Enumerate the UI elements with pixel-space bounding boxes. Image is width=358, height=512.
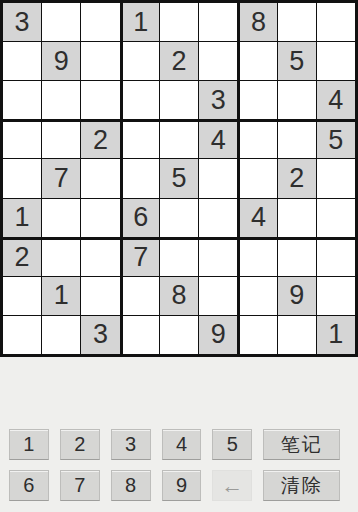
cell-r3c6[interactable]: 3 [199,81,237,119]
notes-button[interactable]: 笔记 [263,429,340,460]
sudoku-board: 3189253424575216427189391 [0,0,358,357]
cell-r1c7[interactable]: 8 [240,3,276,41]
keypad-row-1: 1 2 3 4 5 笔记 [9,429,340,460]
cell-r6c2[interactable] [42,199,80,237]
cell-r6c8[interactable] [278,199,316,237]
cell-r7c6[interactable] [199,240,237,276]
cell-r9c7[interactable] [240,316,276,354]
cell-r4c1[interactable] [3,122,41,158]
cell-r8c9[interactable] [317,277,355,315]
cell-r1c5[interactable] [160,3,198,41]
cell-r7c1[interactable]: 2 [3,240,41,276]
cell-r6c5[interactable] [160,199,198,237]
cell-r8c5[interactable]: 8 [160,277,198,315]
digit-5-button[interactable]: 5 [212,429,252,460]
cell-r4c5[interactable] [160,122,198,158]
cell-r2c1[interactable] [3,42,41,80]
cell-r3c1[interactable] [3,81,41,119]
cell-r2c6[interactable] [199,42,237,80]
cell-r8c6[interactable] [199,277,237,315]
cell-r7c3[interactable] [81,240,119,276]
cell-r7c9[interactable] [317,240,355,276]
cell-r3c3[interactable] [81,81,119,119]
digit-9-button[interactable]: 9 [162,470,202,501]
cell-r8c2[interactable]: 1 [42,277,80,315]
cell-r9c9[interactable]: 1 [317,316,355,354]
digit-7-button[interactable]: 7 [60,470,100,501]
cell-r4c7[interactable] [240,122,276,158]
cell-r9c8[interactable] [278,316,316,354]
cell-r5c9[interactable] [317,159,355,197]
cell-r7c4[interactable]: 7 [123,240,159,276]
cell-r1c3[interactable] [81,3,119,41]
cell-r3c9[interactable]: 4 [317,81,355,119]
cell-r4c2[interactable] [42,122,80,158]
cell-r8c7[interactable] [240,277,276,315]
digit-8-button[interactable]: 8 [111,470,151,501]
cell-r5c1[interactable] [3,159,41,197]
cell-r6c7[interactable]: 4 [240,199,276,237]
cell-r3c7[interactable] [240,81,276,119]
cell-r8c8[interactable]: 9 [278,277,316,315]
cell-r5c6[interactable] [199,159,237,197]
cell-r7c5[interactable] [160,240,198,276]
cell-r6c9[interactable] [317,199,355,237]
keypad-row-2: 6 7 8 9 ← 清除 [9,470,340,501]
digit-2-button[interactable]: 2 [60,429,100,460]
cell-r7c7[interactable] [240,240,276,276]
cell-r6c6[interactable] [199,199,237,237]
cell-r1c9[interactable] [317,3,355,41]
cell-r2c4[interactable] [123,42,159,80]
digit-4-button[interactable]: 4 [162,429,202,460]
cell-r2c5[interactable]: 2 [160,42,198,80]
cell-r4c4[interactable] [123,122,159,158]
left-arrow-icon: ← [221,473,243,499]
digit-1-button[interactable]: 1 [9,429,49,460]
cell-r1c6[interactable] [199,3,237,41]
cell-r4c3[interactable]: 2 [81,122,119,158]
keypad: 1 2 3 4 5 笔记 6 7 8 9 ← 清除 [0,357,358,501]
cell-r1c2[interactable] [42,3,80,41]
cell-r7c2[interactable] [42,240,80,276]
cell-r9c6[interactable]: 9 [199,316,237,354]
cell-r7c8[interactable] [278,240,316,276]
cell-r4c6[interactable]: 4 [199,122,237,158]
cell-r6c4[interactable]: 6 [123,199,159,237]
cell-r2c2[interactable]: 9 [42,42,80,80]
clear-button[interactable]: 清除 [263,470,340,501]
cell-r9c3[interactable]: 3 [81,316,119,354]
cell-r3c2[interactable] [42,81,80,119]
digit-6-button[interactable]: 6 [9,470,49,501]
cell-r3c4[interactable] [123,81,159,119]
cell-r5c3[interactable] [81,159,119,197]
cell-r2c9[interactable] [317,42,355,80]
cell-r2c3[interactable] [81,42,119,80]
cell-r5c7[interactable] [240,159,276,197]
cell-r2c7[interactable] [240,42,276,80]
cell-r8c3[interactable] [81,277,119,315]
digit-3-button[interactable]: 3 [111,429,151,460]
cell-r9c5[interactable] [160,316,198,354]
cell-r9c4[interactable] [123,316,159,354]
cell-r4c8[interactable] [278,122,316,158]
cell-r5c8[interactable]: 2 [278,159,316,197]
cell-r6c3[interactable] [81,199,119,237]
cell-r9c1[interactable] [3,316,41,354]
cell-r5c5[interactable]: 5 [160,159,198,197]
cell-r3c5[interactable] [160,81,198,119]
cell-r8c4[interactable] [123,277,159,315]
cell-r1c8[interactable] [278,3,316,41]
undo-button[interactable]: ← [212,470,252,501]
cell-r1c4[interactable]: 1 [123,3,159,41]
cell-r1c1[interactable]: 3 [3,3,41,41]
cell-r5c4[interactable] [123,159,159,197]
cell-r5c2[interactable]: 7 [42,159,80,197]
cell-r8c1[interactable] [3,277,41,315]
cell-r3c8[interactable] [278,81,316,119]
cell-r2c8[interactable]: 5 [278,42,316,80]
cell-r9c2[interactable] [42,316,80,354]
cell-r6c1[interactable]: 1 [3,199,41,237]
cell-r4c9[interactable]: 5 [317,122,355,158]
